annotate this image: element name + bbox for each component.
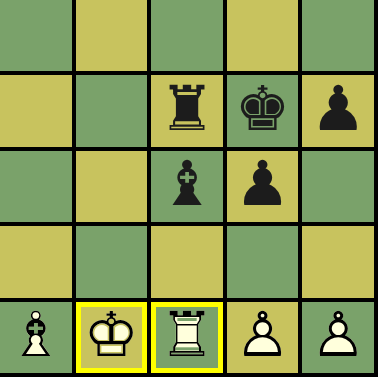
white-pawn-outline-glyph: ♙ <box>227 304 299 366</box>
square-d2[interactable] <box>227 226 299 297</box>
square-c1[interactable]: ♜♖ <box>151 302 223 373</box>
piece-black-bishop[interactable]: ♝ <box>151 151 223 222</box>
square-b3[interactable] <box>76 151 148 222</box>
square-e4[interactable]: ♟ <box>302 75 374 146</box>
white-pawn-outline-glyph: ♙ <box>302 304 374 366</box>
square-a2[interactable] <box>0 226 72 297</box>
square-a1[interactable]: ♝♗ <box>0 302 72 373</box>
piece-white-pawn[interactable]: ♟♙ <box>302 302 374 373</box>
square-d1[interactable]: ♟♙ <box>227 302 299 373</box>
black-rook-glyph: ♜ <box>151 78 223 140</box>
square-c5[interactable] <box>151 0 223 71</box>
white-bishop-outline-glyph: ♗ <box>0 304 72 366</box>
piece-black-pawn[interactable]: ♟ <box>227 151 299 222</box>
square-b2[interactable] <box>76 226 148 297</box>
square-d4[interactable]: ♚ <box>227 75 299 146</box>
square-b5[interactable] <box>76 0 148 71</box>
square-e3[interactable] <box>302 151 374 222</box>
square-e2[interactable] <box>302 226 374 297</box>
square-d5[interactable] <box>227 0 299 71</box>
piece-black-king[interactable]: ♚ <box>227 75 299 146</box>
square-c2[interactable] <box>151 226 223 297</box>
square-a3[interactable] <box>0 151 72 222</box>
square-c3[interactable]: ♝ <box>151 151 223 222</box>
black-pawn-glyph: ♟ <box>302 78 374 140</box>
piece-black-pawn[interactable]: ♟ <box>302 75 374 146</box>
black-bishop-glyph: ♝ <box>151 153 223 215</box>
black-pawn-glyph: ♟ <box>227 153 299 215</box>
piece-black-rook[interactable]: ♜ <box>151 75 223 146</box>
black-king-glyph: ♚ <box>227 78 299 140</box>
square-e1[interactable]: ♟♙ <box>302 302 374 373</box>
square-e5[interactable] <box>302 0 374 71</box>
square-a4[interactable] <box>0 75 72 146</box>
piece-white-bishop[interactable]: ♝♗ <box>0 302 72 373</box>
square-a5[interactable] <box>0 0 72 71</box>
white-rook-outline-glyph: ♖ <box>151 304 223 366</box>
square-b1[interactable]: ♚♔ <box>76 302 148 373</box>
square-d3[interactable]: ♟ <box>227 151 299 222</box>
square-b4[interactable] <box>76 75 148 146</box>
piece-white-pawn[interactable]: ♟♙ <box>227 302 299 373</box>
white-king-outline-glyph: ♔ <box>76 304 148 366</box>
piece-white-king[interactable]: ♚♔ <box>76 302 148 373</box>
square-c4[interactable]: ♜ <box>151 75 223 146</box>
chess-board: ♜♚♟♝♟♝♗♚♔♜♖♟♙♟♙ <box>0 0 378 377</box>
piece-white-rook[interactable]: ♜♖ <box>151 302 223 373</box>
